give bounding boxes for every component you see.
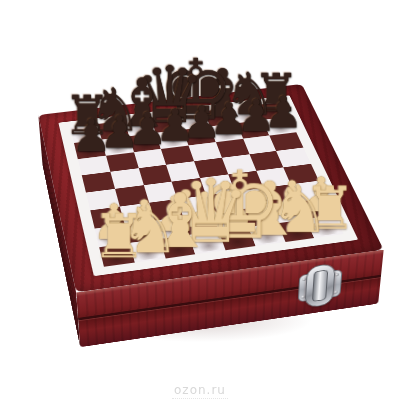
square-b5[interactable]	[110, 168, 143, 189]
scene-3d: ♜♞♝♛♚♝♞♜♟♟♟♟♟♟♟♟♟♟♟♟♟♟♟♟♜♞♝♛♚♝♞♜	[0, 0, 400, 400]
board-sticker: ♜♞♝♛♚♝♞♜♟♟♟♟♟♟♟♟♟♟♟♟♟♟♟♟♜♞♝♛♚♝♞♜	[58, 95, 358, 276]
square-a6[interactable]	[78, 155, 110, 175]
screw-icon	[333, 290, 337, 294]
black-pawn[interactable]: ♟	[38, 116, 146, 157]
white-rook[interactable]: ♜	[60, 209, 179, 264]
square-a5[interactable]	[82, 172, 115, 193]
watermark: ozon.ru	[172, 383, 228, 399]
screw-icon	[335, 273, 339, 277]
square-a7[interactable]: ♟	[74, 140, 106, 159]
clasp-arm[interactable]	[312, 270, 328, 302]
clasp-latch[interactable]	[297, 262, 341, 308]
square-a1[interactable]: ♜	[99, 243, 134, 267]
chess-board: ♜♞♝♛♚♝♞♜♟♟♟♟♟♟♟♟♟♟♟♟♟♟♟♟♜♞♝♛♚♝♞♜	[70, 102, 343, 267]
chess-box: ♜♞♝♛♚♝♞♜♟♟♟♟♟♟♟♟♟♟♟♟♟♟♟♟♜♞♝♛♚♝♞♜	[38, 84, 383, 293]
product-photo-stage: ♜♞♝♛♚♝♞♜♟♟♟♟♟♟♟♟♟♟♟♟♟♟♟♟♜♞♝♛♚♝♞♜ ozon.ru	[0, 0, 400, 400]
